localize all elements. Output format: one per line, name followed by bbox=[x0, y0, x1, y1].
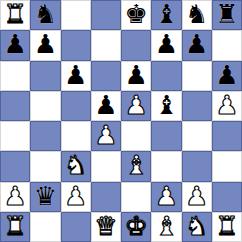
square-a3[interactable] bbox=[0, 151, 30, 181]
square-h2[interactable] bbox=[212, 182, 242, 212]
square-b7[interactable]: ♟ bbox=[30, 30, 60, 60]
square-b8[interactable]: ♞ bbox=[30, 0, 60, 30]
piece-black-pawn[interactable]: ♟ bbox=[34, 31, 57, 57]
square-d7[interactable] bbox=[91, 30, 121, 60]
square-f4[interactable] bbox=[151, 121, 181, 151]
square-e4[interactable] bbox=[121, 121, 151, 151]
square-a5[interactable] bbox=[0, 91, 30, 121]
square-d5[interactable]: ♟ bbox=[91, 91, 121, 121]
piece-white-pawn[interactable]: ♟ bbox=[155, 183, 178, 209]
square-c7[interactable] bbox=[61, 30, 91, 60]
square-a2[interactable]: ♟ bbox=[0, 182, 30, 212]
piece-black-bishop[interactable]: ♝ bbox=[155, 92, 178, 118]
piece-white-bishop[interactable]: ♝ bbox=[124, 152, 147, 178]
piece-black-pawn[interactable]: ♟ bbox=[64, 62, 87, 88]
square-c6[interactable]: ♟ bbox=[61, 61, 91, 91]
piece-white-knight[interactable]: ♞ bbox=[64, 152, 87, 178]
piece-white-pawn[interactable]: ♟ bbox=[185, 183, 208, 209]
square-g8[interactable]: ♞ bbox=[182, 0, 212, 30]
piece-white-rook[interactable]: ♜ bbox=[3, 1, 26, 27]
square-a1[interactable]: ♜ bbox=[0, 212, 30, 242]
square-c1[interactable] bbox=[61, 212, 91, 242]
square-h6[interactable]: ♟ bbox=[212, 61, 242, 91]
square-e8[interactable]: ♚ bbox=[121, 0, 151, 30]
piece-white-king[interactable]: ♚ bbox=[124, 213, 147, 239]
square-a7[interactable]: ♟ bbox=[0, 30, 30, 60]
square-e3[interactable]: ♝ bbox=[121, 151, 151, 181]
square-h3[interactable] bbox=[212, 151, 242, 181]
piece-white-pawn[interactable]: ♟ bbox=[64, 183, 87, 209]
square-f6[interactable] bbox=[151, 61, 181, 91]
square-f3[interactable] bbox=[151, 151, 181, 181]
piece-black-knight[interactable]: ♞ bbox=[185, 1, 208, 27]
piece-black-bishop[interactable]: ♝ bbox=[155, 1, 178, 27]
square-e5[interactable]: ♟ bbox=[121, 91, 151, 121]
square-h1[interactable]: ♜ bbox=[212, 212, 242, 242]
square-d1[interactable]: ♛ bbox=[91, 212, 121, 242]
square-d2[interactable] bbox=[91, 182, 121, 212]
square-g6[interactable] bbox=[182, 61, 212, 91]
square-g1[interactable]: ♞ bbox=[182, 212, 212, 242]
piece-black-knight[interactable]: ♞ bbox=[34, 1, 57, 27]
square-e1[interactable]: ♚ bbox=[121, 212, 151, 242]
piece-white-pawn[interactable]: ♟ bbox=[94, 122, 117, 148]
chess-board: ♜♞♚♝♞♜♟♟♟♟♟♟♟♟♟♝♟♟♞♝♟♛♟♟♟♜♛♚♝♞♜ bbox=[0, 0, 242, 242]
piece-white-pawn[interactable]: ♟ bbox=[3, 183, 26, 209]
square-f7[interactable]: ♟ bbox=[151, 30, 181, 60]
piece-black-pawn[interactable]: ♟ bbox=[124, 62, 147, 88]
square-b5[interactable] bbox=[30, 91, 60, 121]
square-d6[interactable] bbox=[91, 61, 121, 91]
square-h7[interactable] bbox=[212, 30, 242, 60]
square-e6[interactable]: ♟ bbox=[121, 61, 151, 91]
square-a4[interactable] bbox=[0, 121, 30, 151]
piece-white-knight[interactable]: ♞ bbox=[185, 213, 208, 239]
square-c8[interactable] bbox=[61, 0, 91, 30]
square-g7[interactable]: ♟ bbox=[182, 30, 212, 60]
square-h8[interactable]: ♜ bbox=[212, 0, 242, 30]
square-a8[interactable]: ♜ bbox=[0, 0, 30, 30]
square-b4[interactable] bbox=[30, 121, 60, 151]
square-g2[interactable]: ♟ bbox=[182, 182, 212, 212]
square-a6[interactable] bbox=[0, 61, 30, 91]
square-f1[interactable]: ♝ bbox=[151, 212, 181, 242]
piece-white-pawn[interactable]: ♟ bbox=[215, 92, 238, 118]
square-g5[interactable] bbox=[182, 91, 212, 121]
square-f8[interactable]: ♝ bbox=[151, 0, 181, 30]
square-f2[interactable]: ♟ bbox=[151, 182, 181, 212]
square-b1[interactable] bbox=[30, 212, 60, 242]
square-c4[interactable] bbox=[61, 121, 91, 151]
square-h5[interactable]: ♟ bbox=[212, 91, 242, 121]
piece-black-pawn[interactable]: ♟ bbox=[3, 31, 26, 57]
square-d4[interactable]: ♟ bbox=[91, 121, 121, 151]
square-b6[interactable] bbox=[30, 61, 60, 91]
piece-black-pawn[interactable]: ♟ bbox=[155, 31, 178, 57]
square-h4[interactable] bbox=[212, 121, 242, 151]
square-e2[interactable] bbox=[121, 182, 151, 212]
square-d8[interactable] bbox=[91, 0, 121, 30]
square-g3[interactable] bbox=[182, 151, 212, 181]
piece-black-pawn[interactable]: ♟ bbox=[185, 31, 208, 57]
square-c2[interactable]: ♟ bbox=[61, 182, 91, 212]
piece-black-pawn[interactable]: ♟ bbox=[94, 92, 117, 118]
piece-black-queen[interactable]: ♛ bbox=[34, 183, 57, 209]
piece-black-pawn[interactable]: ♟ bbox=[215, 62, 238, 88]
piece-black-king[interactable]: ♚ bbox=[124, 1, 147, 27]
square-b2[interactable]: ♛ bbox=[30, 182, 60, 212]
piece-black-rook[interactable]: ♜ bbox=[215, 1, 238, 27]
square-b3[interactable] bbox=[30, 151, 60, 181]
piece-white-rook[interactable]: ♜ bbox=[215, 213, 238, 239]
piece-white-bishop[interactable]: ♝ bbox=[155, 213, 178, 239]
square-c3[interactable]: ♞ bbox=[61, 151, 91, 181]
piece-white-pawn[interactable]: ♟ bbox=[124, 92, 147, 118]
piece-white-queen[interactable]: ♛ bbox=[94, 213, 117, 239]
square-d3[interactable] bbox=[91, 151, 121, 181]
square-c5[interactable] bbox=[61, 91, 91, 121]
piece-white-rook[interactable]: ♜ bbox=[3, 213, 26, 239]
square-g4[interactable] bbox=[182, 121, 212, 151]
square-f5[interactable]: ♝ bbox=[151, 91, 181, 121]
square-e7[interactable] bbox=[121, 30, 151, 60]
